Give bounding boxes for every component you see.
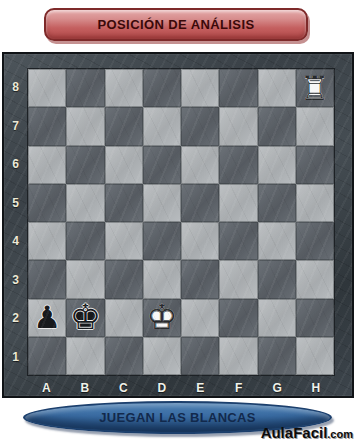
rank-label-2: 2	[4, 299, 27, 338]
white-rook: ♜♖	[296, 69, 334, 107]
square-b6	[66, 146, 104, 184]
square-f7	[219, 107, 257, 145]
square-e6	[181, 146, 219, 184]
rank-label-6: 6	[4, 145, 27, 184]
square-g8	[258, 69, 296, 107]
square-f1	[219, 337, 257, 375]
square-b5	[66, 184, 104, 222]
square-c4	[105, 222, 143, 260]
square-c3	[105, 260, 143, 298]
file-label-h: H	[297, 376, 336, 400]
square-c5	[105, 184, 143, 222]
rank-label-5: 5	[4, 184, 27, 223]
square-f6	[219, 146, 257, 184]
square-e4	[181, 222, 219, 260]
black-king: ♚	[66, 299, 104, 337]
square-f3	[219, 260, 257, 298]
square-h4	[296, 222, 334, 260]
square-g4	[258, 222, 296, 260]
file-label-b: B	[66, 376, 105, 400]
square-a5	[28, 184, 66, 222]
square-g2	[258, 299, 296, 337]
analysis-diagram: POSICIÓN DE ANÁLISIS 87654321 ♜♖♟♚♚♔ ABC…	[0, 0, 356, 446]
file-label-e: E	[181, 376, 220, 400]
square-f2	[219, 299, 257, 337]
square-b3	[66, 260, 104, 298]
square-e7	[181, 107, 219, 145]
square-b1	[66, 337, 104, 375]
square-f8	[219, 69, 257, 107]
square-c6	[105, 146, 143, 184]
watermark: AulaFacil .com	[261, 424, 353, 441]
square-a1	[28, 337, 66, 375]
turn-banner-label: JUEGAN LAS BLANCAS	[99, 410, 255, 425]
square-g6	[258, 146, 296, 184]
square-d4	[143, 222, 181, 260]
square-h7	[296, 107, 334, 145]
square-d1	[143, 337, 181, 375]
square-e3	[181, 260, 219, 298]
square-c2	[105, 299, 143, 337]
square-f5	[219, 184, 257, 222]
square-d6	[143, 146, 181, 184]
square-a3	[28, 260, 66, 298]
rank-labels: 87654321	[4, 68, 27, 376]
chess-board: ♜♖♟♚♚♔	[27, 68, 335, 376]
square-a8	[28, 69, 66, 107]
analysis-banner: POSICIÓN DE ANÁLISIS	[44, 8, 308, 41]
square-e1	[181, 337, 219, 375]
file-label-f: F	[220, 376, 259, 400]
square-g7	[258, 107, 296, 145]
square-h1	[296, 337, 334, 375]
square-g3	[258, 260, 296, 298]
analysis-banner-title: POSICIÓN DE ANÁLISIS	[97, 17, 254, 32]
square-a6	[28, 146, 66, 184]
square-h5	[296, 184, 334, 222]
square-f4	[219, 222, 257, 260]
white-king: ♚♔	[143, 299, 181, 337]
watermark-text: AulaFacil	[261, 424, 328, 441]
square-c8	[105, 69, 143, 107]
rank-label-7: 7	[4, 107, 27, 146]
square-g5	[258, 184, 296, 222]
square-a7	[28, 107, 66, 145]
square-b2: ♚	[66, 299, 104, 337]
file-label-a: A	[27, 376, 66, 400]
file-label-d: D	[143, 376, 182, 400]
square-h8: ♜♖	[296, 69, 334, 107]
chess-board-frame: 87654321 ♜♖♟♚♚♔ ABCDEFGH	[2, 52, 354, 398]
square-c1	[105, 337, 143, 375]
square-e5	[181, 184, 219, 222]
square-c7	[105, 107, 143, 145]
rank-label-3: 3	[4, 261, 27, 300]
file-labels: ABCDEFGH	[27, 376, 335, 400]
square-b4	[66, 222, 104, 260]
square-e8	[181, 69, 219, 107]
square-a4	[28, 222, 66, 260]
square-g1	[258, 337, 296, 375]
square-d5	[143, 184, 181, 222]
rank-label-1: 1	[4, 338, 27, 377]
square-h3	[296, 260, 334, 298]
black-pawn: ♟	[28, 299, 66, 337]
watermark-suffix: .com	[327, 428, 353, 440]
file-label-g: G	[258, 376, 297, 400]
square-d2: ♚♔	[143, 299, 181, 337]
rank-label-8: 8	[4, 68, 27, 107]
square-b8	[66, 69, 104, 107]
square-h6	[296, 146, 334, 184]
rank-label-4: 4	[4, 222, 27, 261]
square-d8	[143, 69, 181, 107]
square-d7	[143, 107, 181, 145]
square-b7	[66, 107, 104, 145]
square-h2	[296, 299, 334, 337]
file-label-c: C	[104, 376, 143, 400]
square-d3	[143, 260, 181, 298]
square-e2	[181, 299, 219, 337]
square-a2: ♟	[28, 299, 66, 337]
